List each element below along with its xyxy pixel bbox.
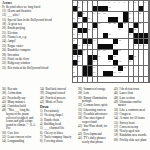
cell-number: 57 (113, 55, 115, 57)
grid-cell[interactable]: 60 (93, 60, 98, 65)
grid-cell[interactable] (134, 12, 139, 17)
grid-cell[interactable]: 2 (78, 1, 83, 6)
grid-cell[interactable] (129, 44, 134, 49)
grid-cell[interactable] (83, 23, 88, 28)
grid-cell[interactable] (129, 23, 134, 28)
grid-cell[interactable]: 46 (113, 44, 118, 49)
grid-cell[interactable] (88, 6, 93, 11)
grid-cell[interactable]: 3 (83, 1, 88, 6)
grid-cell[interactable] (118, 44, 123, 49)
grid-cell[interactable]: 20 (139, 12, 144, 17)
grid-cell[interactable] (83, 6, 88, 11)
grid-cell[interactable]: 7 (118, 1, 123, 6)
grid-cell[interactable] (123, 39, 128, 44)
grid-cell[interactable]: 44 (83, 44, 88, 49)
grid-cell[interactable]: 65 (93, 66, 98, 71)
grid-cell[interactable] (103, 39, 108, 44)
grid-cell[interactable] (108, 39, 113, 44)
cell-number: 54 (73, 55, 75, 57)
cell-number: 15 (83, 12, 85, 14)
clue-number: 55) (114, 121, 118, 125)
grid-cell[interactable] (98, 71, 103, 76)
grid-cell[interactable]: 18 (103, 12, 108, 17)
grid-cell[interactable]: 58 (134, 55, 139, 60)
grid-cell[interactable]: 4 (88, 1, 93, 6)
clue-number: 13) (2, 13, 6, 17)
grid-cell[interactable] (93, 50, 98, 55)
cell-number: 14 (73, 12, 75, 14)
grid-cell[interactable] (144, 66, 149, 71)
grid-cell[interactable]: 55 (78, 55, 83, 60)
grid-cell[interactable] (83, 77, 88, 82)
cell-number: 62 (119, 60, 121, 62)
grid-cell-black (103, 71, 108, 76)
grid-cell[interactable]: 27 (108, 23, 113, 28)
clue-number: 33) (2, 66, 6, 70)
clue-item: 54) Longstanding (2, 140, 36, 144)
grid-cell[interactable]: 14 (73, 12, 78, 17)
grid-cell[interactable] (144, 6, 149, 11)
grid-cell-black (134, 39, 139, 44)
cell-number: 68 (73, 71, 75, 73)
cell-number: 8 (124, 1, 125, 3)
grid-cell[interactable] (108, 12, 113, 17)
grid-cell[interactable]: 41 (93, 39, 98, 44)
grid-cell-black (139, 6, 144, 11)
grid-cell[interactable] (134, 50, 139, 55)
grid-cell-black (83, 39, 88, 44)
clue-number: 32) (2, 61, 6, 65)
clue-number: 60) (114, 138, 118, 142)
grid-cell[interactable] (93, 44, 98, 49)
grid-cell-black (93, 6, 98, 11)
grid-cell[interactable] (103, 28, 108, 33)
grid-cell-black (108, 17, 113, 22)
crossword-page: Across 9) Beyond when we long listed11) … (0, 0, 150, 150)
cell-number: 11 (144, 1, 146, 3)
grid-cell-black (129, 55, 134, 60)
grid-cell[interactable] (134, 71, 139, 76)
clue-item: 33) Rio visits at the Bollywood friend (2, 67, 66, 71)
grid-cell-black (134, 33, 139, 38)
grid-cell-black (98, 44, 103, 49)
cell-number: 7 (119, 1, 120, 3)
grid-cell[interactable] (139, 28, 144, 33)
grid-cell[interactable] (103, 55, 108, 60)
grid-cell[interactable]: 16 (93, 12, 98, 17)
clue-item: 60) Prickly skin care plant (114, 139, 148, 143)
grid-cell[interactable]: 5 (108, 1, 113, 6)
grid-cell-black (144, 39, 149, 44)
grid-cell-black (73, 6, 78, 11)
bottom-clue-column-2: 34) Bad luck interval39) Diagonal turned… (40, 88, 74, 144)
clue-text: "Was ___ long the layout of the poem ref… (6, 108, 36, 130)
grid-cell[interactable] (129, 66, 134, 71)
clue-number: 20) (2, 26, 6, 30)
grid-cell[interactable] (118, 33, 123, 38)
cell-number: 4 (88, 1, 89, 3)
grid-cell[interactable] (103, 77, 108, 82)
grid-cell-black (113, 50, 118, 55)
grid-cell[interactable] (123, 55, 128, 60)
cell-number: 43 (78, 44, 80, 46)
clue-number: 46) (114, 91, 118, 95)
grid-cell-black (144, 33, 149, 38)
grid-cell[interactable] (113, 33, 118, 38)
grid-cell[interactable] (78, 66, 83, 71)
grid-cell[interactable]: 29 (123, 23, 128, 28)
cell-number: 16 (93, 12, 95, 14)
grid-cell[interactable] (83, 60, 88, 65)
clue-number: 54) (114, 116, 118, 120)
grid-cell[interactable] (144, 23, 149, 28)
clue-list: 36) Rio rain38) A firm dam41) Preachedly… (2, 88, 36, 144)
grid-cell[interactable] (123, 6, 128, 11)
grid-cell-black (73, 50, 78, 55)
grid-cell[interactable] (134, 66, 139, 71)
grid-cell[interactable] (98, 77, 103, 82)
cell-number: 37 (78, 33, 80, 35)
grid-cell[interactable]: 10 (134, 1, 139, 6)
grid-cell[interactable]: 42 (118, 39, 123, 44)
cell-number: 34 (119, 28, 121, 30)
cell-number: 60 (93, 60, 95, 62)
grid-cell[interactable] (134, 77, 139, 82)
grid-cell-black (83, 71, 88, 76)
grid-cell-black (78, 12, 83, 17)
grid-cell[interactable]: 6 (113, 1, 118, 6)
grid-cell[interactable] (113, 12, 118, 17)
clue-number: 32) (78, 103, 82, 107)
grid-cell[interactable] (88, 33, 93, 38)
grid-cell[interactable] (98, 66, 103, 71)
grid-cell[interactable]: 67 (123, 66, 128, 71)
grid-cell[interactable]: 45 (88, 44, 93, 49)
clue-text: TV's daily phrases nearly that phrase (82, 136, 106, 144)
grid-cell[interactable] (129, 39, 134, 44)
grid-cell[interactable] (118, 77, 123, 82)
grid-cell[interactable]: 72 (73, 77, 78, 82)
cell-number: 19 (129, 12, 131, 14)
grid-cell[interactable]: 61 (108, 60, 113, 65)
grid-cell[interactable] (144, 12, 149, 17)
grid-cell[interactable]: 48 (139, 44, 144, 49)
cell-number: 36 (73, 33, 75, 35)
grid-cell[interactable] (123, 71, 128, 76)
grid-cell[interactable]: 19 (129, 12, 134, 17)
grid-cell[interactable]: 71 (118, 71, 123, 76)
cell-number: 26 (98, 22, 100, 24)
grid-cell[interactable] (118, 12, 123, 17)
grid-cell[interactable] (144, 17, 149, 22)
grid-cell[interactable]: 31 (73, 28, 78, 33)
cell-number: 9 (129, 1, 130, 3)
grid-cell-black (88, 39, 93, 44)
cell-number: 22 (78, 17, 80, 19)
grid-cell[interactable]: 59 (78, 60, 83, 65)
grid-cell[interactable] (103, 1, 108, 6)
cell-number: 12 (78, 6, 80, 8)
grid-cell-black (113, 17, 118, 22)
grid-cell[interactable] (98, 1, 103, 6)
grid-cell[interactable] (83, 55, 88, 60)
grid-cell[interactable] (98, 60, 103, 65)
grid-cell[interactable] (129, 50, 134, 55)
grid-cell[interactable] (103, 23, 108, 28)
grid-cell[interactable] (108, 28, 113, 33)
cell-number: 66 (113, 66, 115, 68)
grid-cell[interactable] (93, 17, 98, 22)
cell-number: 24 (129, 17, 131, 19)
grid-cell[interactable]: 64 (73, 66, 78, 71)
cell-number: 47 (134, 44, 136, 46)
grid-cell[interactable] (123, 28, 128, 33)
cell-number: 70 (113, 71, 115, 73)
cell-number: 10 (134, 1, 136, 3)
grid-cell[interactable]: 24 (129, 17, 134, 22)
grid-cell[interactable]: 22 (78, 17, 83, 22)
cell-number: 21 (73, 17, 75, 19)
clue-number: 48) (114, 96, 118, 100)
grid-cell-black (103, 33, 108, 38)
grid-cell[interactable] (103, 17, 108, 22)
grid-cell[interactable] (144, 50, 149, 55)
grid-cell[interactable] (144, 60, 149, 65)
clue-text: Ferreting about (43, 139, 62, 143)
grid-cell-black (88, 71, 93, 76)
grid-cell[interactable]: 68 (73, 71, 78, 76)
grid-cell[interactable] (113, 6, 118, 11)
grid-cell[interactable] (108, 77, 113, 82)
cell-number: 3 (83, 1, 84, 3)
clue-text: Star Wars droid, for short (82, 124, 107, 132)
cell-number: 23 (88, 17, 90, 19)
grid-cell[interactable]: 1 (73, 1, 78, 6)
grid-cell[interactable] (129, 77, 134, 82)
grid-cell[interactable]: 34 (118, 28, 123, 33)
cell-number: 61 (108, 60, 110, 62)
grid-cell[interactable]: 63 (129, 60, 134, 65)
cell-number: 59 (78, 60, 80, 62)
cell-number: 30 (139, 22, 141, 24)
grid-cell[interactable] (93, 77, 98, 82)
grid-cell[interactable] (129, 71, 134, 76)
grid-cell[interactable] (144, 28, 149, 33)
grid-cell[interactable]: 57 (113, 55, 118, 60)
cell-number: 51 (98, 49, 100, 51)
grid-cell[interactable]: 50 (83, 50, 88, 55)
grid-cell[interactable] (144, 55, 149, 60)
grid-cell-black (123, 12, 128, 17)
cell-number: 13 (108, 6, 110, 8)
grid-cell[interactable] (113, 28, 118, 33)
cell-number: 48 (139, 44, 141, 46)
grid-cell[interactable] (118, 55, 123, 60)
grid-cell[interactable]: 39 (129, 33, 134, 38)
grid-cell-black (139, 33, 144, 38)
grid-cell[interactable]: 13 (108, 6, 113, 11)
grid-cell[interactable] (139, 17, 144, 22)
grid-cell[interactable]: 49 (144, 44, 149, 49)
grid-cell[interactable]: 38 (108, 33, 113, 38)
cell-number: 40 (73, 39, 75, 41)
grid-cell[interactable] (98, 33, 103, 38)
grid-cell[interactable] (134, 17, 139, 22)
grid-cell[interactable] (88, 50, 93, 55)
grid-cell[interactable] (123, 60, 128, 65)
grid-cell-black (129, 28, 134, 33)
grid-cell[interactable]: 25 (78, 23, 83, 28)
grid-cell[interactable] (108, 50, 113, 55)
grid-cell[interactable]: 66 (113, 66, 118, 71)
grid-cell[interactable] (129, 6, 134, 11)
clue-list: 34) Bad luck interval39) Diagonal turned… (40, 88, 74, 104)
grid-cell[interactable]: 62 (118, 60, 123, 65)
cell-number: 50 (83, 49, 85, 51)
grid-cell-black (78, 50, 83, 55)
grid-cell[interactable] (83, 33, 88, 38)
grid-cell[interactable]: 28 (113, 23, 118, 28)
cell-number: 39 (129, 33, 131, 35)
grid-cell[interactable] (88, 77, 93, 82)
grid-cell[interactable]: 37 (78, 33, 83, 38)
grid-cell[interactable] (98, 28, 103, 33)
grid-cell[interactable]: 40 (73, 39, 78, 44)
grid-cell[interactable] (88, 23, 93, 28)
grid-cell[interactable]: 33 (93, 28, 98, 33)
clue-number: 59) (114, 133, 118, 137)
grid-cell[interactable]: 53 (118, 50, 123, 55)
cell-number: 72 (73, 76, 75, 78)
grid-cell[interactable] (113, 77, 118, 82)
grid-cell[interactable] (139, 77, 144, 82)
grid-cell-black (88, 66, 93, 71)
grid-cell-black (98, 6, 103, 11)
grid-cell[interactable] (134, 6, 139, 11)
grid-cell[interactable] (139, 1, 144, 6)
clue-list: 26) Summered orange28) Lots30) Bonny ill… (78, 88, 112, 145)
grid-cell[interactable] (118, 6, 123, 11)
grid-cell[interactable]: 47 (134, 44, 139, 49)
grid-cell[interactable]: 35 (134, 28, 139, 33)
cell-number: 20 (139, 12, 141, 14)
grid-cell[interactable] (134, 60, 139, 65)
cell-number: 45 (88, 44, 90, 46)
grid-cell[interactable] (88, 12, 93, 17)
clue-number: 42) (40, 100, 44, 104)
clue-text: Rio visits at the Bollywood friend (7, 66, 49, 70)
cell-number: 69 (93, 71, 95, 73)
grid-cell[interactable] (93, 1, 98, 6)
grid-cell[interactable] (78, 77, 83, 82)
grid-cell[interactable] (118, 17, 123, 22)
cell-number: 53 (119, 49, 121, 51)
grid-cell[interactable]: 11 (144, 1, 149, 6)
grid-cell[interactable] (139, 60, 144, 65)
clue-text: Ukrainian conflict master (118, 100, 141, 108)
cell-number: 55 (78, 55, 80, 57)
grid-cell[interactable]: 70 (113, 71, 118, 76)
grid-cell[interactable] (123, 33, 128, 38)
grid-cell-black (118, 23, 123, 28)
grid-cell[interactable]: 21 (73, 17, 78, 22)
grid-cell[interactable] (144, 71, 149, 76)
grid-cell[interactable]: 51 (98, 50, 103, 55)
grid-cell-black (108, 71, 113, 76)
grid-cell[interactable]: 52 (103, 50, 108, 55)
grid-cell[interactable]: 32 (88, 28, 93, 33)
grid-cell[interactable]: 56 (98, 55, 103, 60)
cell-number: 38 (108, 33, 110, 35)
grid-cell[interactable] (103, 60, 108, 65)
clue-number: 26) (2, 48, 6, 52)
grid-cell[interactable] (144, 77, 149, 82)
grid-cell[interactable] (98, 39, 103, 44)
grid-cell[interactable]: 54 (73, 55, 78, 60)
grid-cell[interactable]: 23 (88, 17, 93, 22)
grid-cell[interactable]: 9 (129, 1, 134, 6)
grid-cell[interactable] (139, 71, 144, 76)
bottom-clue-column-4: 45) I do defeat town46) Lanes float48) L… (114, 88, 148, 143)
grid-cell[interactable] (139, 55, 144, 60)
grid-cell-black (103, 44, 108, 49)
grid-cell[interactable]: 69 (93, 71, 98, 76)
grid-cell[interactable]: 15 (83, 12, 88, 17)
cell-number: 64 (73, 66, 75, 68)
grid-cell-black (139, 39, 144, 44)
grid-cell[interactable] (123, 77, 128, 82)
grid-cell[interactable] (139, 50, 144, 55)
clue-number: 38) (2, 91, 6, 95)
across-clue-list: 9) Beyond when we long listed11) Hearts … (2, 6, 66, 70)
grid-cell[interactable]: 26 (98, 23, 103, 28)
cell-number: 29 (124, 22, 126, 24)
grid-cell-black (118, 66, 123, 71)
grid-cell-black (83, 17, 88, 22)
grid-cell[interactable] (139, 66, 144, 71)
grid-cell[interactable]: 17 (98, 12, 103, 17)
grid-cell[interactable] (108, 66, 113, 71)
grid-cell[interactable] (78, 39, 83, 44)
cell-number: 52 (103, 49, 105, 51)
grid-cell[interactable] (103, 66, 108, 71)
grid-cell[interactable]: 12 (78, 6, 83, 11)
grid-cell-black (73, 44, 78, 49)
clue-number: 24) (2, 39, 6, 43)
clue-number: 28) (78, 91, 82, 95)
grid-cell-black (83, 28, 88, 33)
grid-cell[interactable]: 36 (73, 33, 78, 38)
grid-cell-black (113, 60, 118, 65)
cell-number: 2 (78, 1, 79, 3)
clue-list: 1) Precariously2) Viewing chapel3) Hands… (40, 110, 74, 144)
grid-cell[interactable] (123, 50, 128, 55)
grid-cell[interactable] (93, 33, 98, 38)
grid-cell-black (78, 28, 83, 33)
clue-text: Bonny illumination perhaps (82, 96, 107, 104)
cell-number: 63 (129, 60, 131, 62)
grid-cell[interactable] (78, 71, 83, 76)
cell-number: 46 (113, 44, 115, 46)
grid-cell[interactable]: 43 (78, 44, 83, 49)
grid-cell-black (123, 17, 128, 22)
grid-cell[interactable]: 30 (139, 23, 144, 28)
grid-cell[interactable] (98, 17, 103, 22)
grid-cell[interactable]: 8 (123, 1, 128, 6)
cell-number: 6 (113, 1, 114, 3)
cell-number: 17 (98, 12, 100, 14)
grid-cell[interactable] (123, 44, 128, 49)
